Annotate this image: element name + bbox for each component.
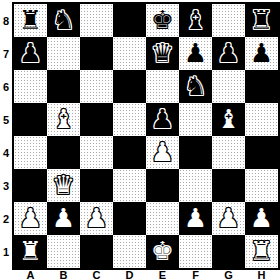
square-g3[interactable]	[212, 169, 245, 202]
square-h2[interactable]: ♟	[245, 202, 278, 235]
square-h7[interactable]: ♟	[245, 37, 278, 70]
square-e6[interactable]	[146, 70, 179, 103]
black-knight: ♞	[184, 70, 207, 103]
white-pawn: ♟	[250, 202, 273, 235]
square-d6[interactable]	[113, 70, 146, 103]
file-label-g: G	[212, 270, 245, 280]
square-e1[interactable]: ♚	[146, 235, 179, 268]
black-rook: ♜	[250, 4, 273, 37]
square-g6[interactable]	[212, 70, 245, 103]
square-h6[interactable]	[245, 70, 278, 103]
black-pawn: ♟	[184, 37, 207, 70]
rank-label-7: 7	[0, 37, 12, 70]
square-d5[interactable]	[113, 103, 146, 136]
square-c7[interactable]	[80, 37, 113, 70]
square-b6[interactable]	[47, 70, 80, 103]
square-g2[interactable]: ♟	[212, 202, 245, 235]
square-a3[interactable]	[14, 169, 47, 202]
white-bishop: ♝	[217, 103, 240, 136]
square-b2[interactable]: ♟	[47, 202, 80, 235]
black-king: ♚	[151, 4, 174, 37]
square-e3[interactable]	[146, 169, 179, 202]
square-f1[interactable]	[179, 235, 212, 268]
square-d4[interactable]	[113, 136, 146, 169]
white-pawn: ♟	[19, 202, 42, 235]
file-label-e: E	[146, 270, 179, 280]
square-c2[interactable]: ♟	[80, 202, 113, 235]
black-queen: ♛	[151, 37, 174, 70]
square-h4[interactable]	[245, 136, 278, 169]
square-g4[interactable]	[212, 136, 245, 169]
square-f2[interactable]: ♟	[179, 202, 212, 235]
white-pawn: ♟	[217, 202, 240, 235]
square-a7[interactable]: ♟	[14, 37, 47, 70]
square-a4[interactable]	[14, 136, 47, 169]
square-f6[interactable]: ♞	[179, 70, 212, 103]
file-label-b: B	[47, 270, 80, 280]
square-e5[interactable]: ♟	[146, 103, 179, 136]
square-f3[interactable]	[179, 169, 212, 202]
file-labels: ABCDEFGH	[14, 270, 278, 280]
black-pawn: ♟	[19, 37, 42, 70]
square-f5[interactable]	[179, 103, 212, 136]
square-g7[interactable]: ♟	[212, 37, 245, 70]
square-a8[interactable]: ♜	[14, 4, 47, 37]
white-pawn: ♟	[151, 136, 174, 169]
square-d7[interactable]	[113, 37, 146, 70]
square-h5[interactable]	[245, 103, 278, 136]
black-bishop: ♝	[184, 4, 207, 37]
square-e8[interactable]: ♚	[146, 4, 179, 37]
square-d8[interactable]	[113, 4, 146, 37]
square-b5[interactable]: ♝	[47, 103, 80, 136]
rank-label-4: 4	[0, 136, 12, 169]
square-c6[interactable]	[80, 70, 113, 103]
white-pawn: ♟	[184, 202, 207, 235]
rank-label-6: 6	[0, 70, 12, 103]
square-c8[interactable]	[80, 4, 113, 37]
square-d2[interactable]	[113, 202, 146, 235]
rank-labels: 87654321	[0, 4, 12, 268]
square-c1[interactable]	[80, 235, 113, 268]
square-c4[interactable]	[80, 136, 113, 169]
white-queen: ♛	[52, 169, 75, 202]
square-f4[interactable]	[179, 136, 212, 169]
white-bishop: ♝	[52, 103, 75, 136]
rank-label-8: 8	[0, 4, 12, 37]
square-f7[interactable]: ♟	[179, 37, 212, 70]
square-d1[interactable]	[113, 235, 146, 268]
square-c3[interactable]	[80, 169, 113, 202]
square-a6[interactable]	[14, 70, 47, 103]
square-b4[interactable]	[47, 136, 80, 169]
black-knight: ♞	[52, 4, 75, 37]
rank-label-3: 3	[0, 169, 12, 202]
white-rook: ♜	[250, 235, 273, 268]
square-b1[interactable]	[47, 235, 80, 268]
square-a1[interactable]: ♜	[14, 235, 47, 268]
black-pawn: ♟	[151, 103, 174, 136]
white-pawn: ♟	[85, 202, 108, 235]
rank-label-2: 2	[0, 202, 12, 235]
chess-diagram: 87654321 ♜♞♚♝♜♟♛♟♟♟♞♝♟♝♟♛♟♟♟♟♟♟♜♚♜ ABCDE…	[0, 0, 280, 280]
white-pawn: ♟	[52, 202, 75, 235]
square-a2[interactable]: ♟	[14, 202, 47, 235]
square-c5[interactable]	[80, 103, 113, 136]
square-e4[interactable]: ♟	[146, 136, 179, 169]
square-d3[interactable]	[113, 169, 146, 202]
square-b7[interactable]	[47, 37, 80, 70]
square-e7[interactable]: ♛	[146, 37, 179, 70]
file-label-c: C	[80, 270, 113, 280]
square-b3[interactable]: ♛	[47, 169, 80, 202]
square-f8[interactable]: ♝	[179, 4, 212, 37]
square-b8[interactable]: ♞	[47, 4, 80, 37]
file-label-d: D	[113, 270, 146, 280]
white-rook: ♜	[19, 235, 42, 268]
square-h1[interactable]: ♜	[245, 235, 278, 268]
square-g1[interactable]	[212, 235, 245, 268]
rank-label-1: 1	[0, 235, 12, 268]
square-a5[interactable]	[14, 103, 47, 136]
rank-label-5: 5	[0, 103, 12, 136]
file-label-f: F	[179, 270, 212, 280]
file-label-h: H	[245, 270, 278, 280]
black-pawn: ♟	[250, 37, 273, 70]
square-g5[interactable]: ♝	[212, 103, 245, 136]
chess-board: ♜♞♚♝♜♟♛♟♟♟♞♝♟♝♟♛♟♟♟♟♟♟♜♚♜	[12, 2, 280, 270]
square-e2[interactable]	[146, 202, 179, 235]
file-label-a: A	[14, 270, 47, 280]
square-g8[interactable]	[212, 4, 245, 37]
black-rook: ♜	[19, 4, 42, 37]
black-pawn: ♟	[217, 37, 240, 70]
white-king: ♚	[151, 235, 174, 268]
square-h8[interactable]: ♜	[245, 4, 278, 37]
square-h3[interactable]	[245, 169, 278, 202]
